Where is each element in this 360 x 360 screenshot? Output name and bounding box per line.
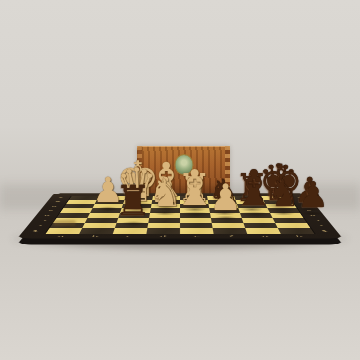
black-knight-glyph: ♞: [267, 175, 301, 213]
black-pawn-glyph: ♟: [297, 177, 329, 213]
black-rook-glyph: ♜: [114, 180, 151, 222]
piece-black-knight[interactable]: ♞: [267, 175, 301, 213]
piece-contact-shadow: [215, 216, 237, 221]
piece-contact-shadow: [303, 211, 324, 216]
chess-set-photo-scene: abcdefgh1122334455667788 ♚♝♛♟♛♟♜♜♚♟♞♝♞♝♞…: [0, 0, 360, 360]
piece-white-pawn[interactable]: ♟: [209, 180, 242, 216]
white-pawn-glyph: ♟: [209, 180, 242, 216]
piece-contact-shadow: [272, 211, 294, 216]
pieces-layer: ♚♝♛♟♛♟♜♜♚♟♞♝♞♝♞♟♜♟: [0, 0, 360, 360]
piece-black-rook[interactable]: ♜: [114, 180, 151, 222]
piece-black-pawn[interactable]: ♟: [297, 177, 329, 213]
